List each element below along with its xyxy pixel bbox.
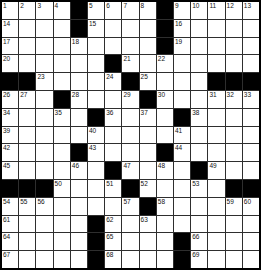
grid-cell-r14c8[interactable] xyxy=(122,233,138,250)
grid-cell-r5c12[interactable] xyxy=(191,73,207,90)
grid-cell-r4c6[interactable] xyxy=(88,55,104,72)
grid-cell-r12c11[interactable] xyxy=(174,198,190,215)
clue-number-24: 24 xyxy=(106,73,113,80)
grid-cell-r8c13[interactable] xyxy=(208,127,224,144)
grid-cell-r13c12[interactable] xyxy=(191,216,207,233)
grid-cell-r15c4[interactable] xyxy=(54,251,70,268)
clue-number-43: 43 xyxy=(89,144,96,151)
grid-cell-r3c9[interactable] xyxy=(140,38,156,55)
black-cell-r7c11 xyxy=(174,109,190,126)
grid-cell-r7c12[interactable]: 38 xyxy=(191,109,207,126)
grid-cell-r11c11[interactable] xyxy=(174,180,190,197)
grid-cell-r14c14[interactable] xyxy=(226,233,242,250)
grid-cell-r8c15[interactable] xyxy=(243,127,259,144)
grid-cell-r1c8[interactable]: 7 xyxy=(122,2,138,19)
grid-cell-r3c1[interactable]: 17 xyxy=(2,38,18,55)
grid-cell-r4c15[interactable] xyxy=(243,55,259,72)
clue-number-48: 48 xyxy=(158,162,165,169)
grid-cell-r8c5[interactable] xyxy=(71,127,87,144)
clue-number-52: 52 xyxy=(141,180,148,187)
grid-cell-r10c13[interactable]: 49 xyxy=(208,162,224,179)
black-cell-r10c12 xyxy=(191,162,207,179)
black-cell-r2c5 xyxy=(71,20,87,37)
black-cell-r15c11 xyxy=(174,251,190,268)
grid-cell-r8c4[interactable] xyxy=(54,127,70,144)
clue-number-39: 39 xyxy=(3,127,10,134)
grid-cell-r14c13[interactable] xyxy=(208,233,224,250)
clue-number-38: 38 xyxy=(192,109,199,116)
black-cell-r1c10 xyxy=(157,2,173,19)
clue-number-50: 50 xyxy=(55,180,62,187)
clue-number-1: 1 xyxy=(3,2,7,9)
grid-cell-r12c8[interactable]: 57 xyxy=(122,198,138,215)
grid-cell-r1c15[interactable]: 13 xyxy=(243,2,259,19)
grid-cell-r1c1[interactable]: 1 xyxy=(2,2,18,19)
grid-cell-r4c14[interactable] xyxy=(226,55,242,72)
black-cell-r5c15 xyxy=(243,73,259,90)
grid-cell-r2c2[interactable] xyxy=(19,20,35,37)
grid-cell-r13c14[interactable] xyxy=(226,216,242,233)
grid-cell-r12c1[interactable]: 54 xyxy=(2,198,18,215)
grid-cell-r11c13[interactable] xyxy=(208,180,224,197)
clue-number-21: 21 xyxy=(123,55,130,62)
clue-number-22: 22 xyxy=(158,55,165,62)
grid-cell-r1c7[interactable]: 6 xyxy=(105,2,121,19)
grid-cell-r9c4[interactable] xyxy=(54,144,70,161)
black-cell-r9c5 xyxy=(71,144,87,161)
black-cell-r12c9 xyxy=(140,198,156,215)
grid-cell-r10c9[interactable] xyxy=(140,162,156,179)
grid-cell-r9c6[interactable]: 43 xyxy=(88,144,104,161)
grid-cell-r8c10[interactable] xyxy=(157,127,173,144)
grid-cell-r9c15[interactable] xyxy=(243,144,259,161)
grid-cell-r13c10[interactable] xyxy=(157,216,173,233)
clue-number-33: 33 xyxy=(244,91,251,98)
clue-number-47: 47 xyxy=(123,162,130,169)
grid-cell-r15c15[interactable] xyxy=(243,251,259,268)
grid-cell-r12c2[interactable]: 55 xyxy=(19,198,35,215)
grid-cell-r4c12[interactable] xyxy=(191,55,207,72)
clue-number-31: 31 xyxy=(209,91,216,98)
grid-cell-r13c4[interactable] xyxy=(54,216,70,233)
grid-cell-r11c5[interactable] xyxy=(71,180,87,197)
grid-cell-r12c4[interactable] xyxy=(54,198,70,215)
grid-cell-r8c9[interactable] xyxy=(140,127,156,144)
grid-cell-r3c15[interactable] xyxy=(243,38,259,55)
grid-cell-r10c14[interactable] xyxy=(226,162,242,179)
grid-cell-r3c3[interactable] xyxy=(36,38,52,55)
grid-cell-r14c7[interactable]: 65 xyxy=(105,233,121,250)
grid-cell-r1c6[interactable]: 5 xyxy=(88,2,104,19)
grid-cell-r12c15[interactable]: 60 xyxy=(243,198,259,215)
crossword-board: 1234567891011121314151617181920212223242… xyxy=(0,0,261,270)
grid-cell-r11c4[interactable]: 50 xyxy=(54,180,70,197)
grid-cell-r14c12[interactable]: 66 xyxy=(191,233,207,250)
clue-number-13: 13 xyxy=(244,2,251,9)
clue-number-66: 66 xyxy=(192,233,199,240)
grid-cell-r14c4[interactable] xyxy=(54,233,70,250)
grid-cell-r6c1[interactable]: 26 xyxy=(2,91,18,108)
grid-cell-r1c4[interactable]: 4 xyxy=(54,2,70,19)
grid-cell-r7c8[interactable] xyxy=(122,109,138,126)
clue-number-26: 26 xyxy=(3,91,10,98)
black-cell-r5c1 xyxy=(2,73,18,90)
clue-number-61: 61 xyxy=(3,216,10,223)
clue-number-12: 12 xyxy=(227,2,234,9)
grid-cell-r15c8[interactable] xyxy=(122,251,138,268)
grid-cell-r14c5[interactable] xyxy=(71,233,87,250)
grid-cell-r9c7[interactable] xyxy=(105,144,121,161)
grid-cell-r13c7[interactable]: 62 xyxy=(105,216,121,233)
grid-cell-r10c2[interactable] xyxy=(19,162,35,179)
clue-number-17: 17 xyxy=(3,38,10,45)
grid-cell-r5c6[interactable] xyxy=(88,73,104,90)
grid-cell-r9c14[interactable] xyxy=(226,144,242,161)
grid-cell-r12c3[interactable]: 56 xyxy=(36,198,52,215)
clue-number-20: 20 xyxy=(3,55,10,62)
clue-number-49: 49 xyxy=(209,162,216,169)
grid-cell-r10c15[interactable] xyxy=(243,162,259,179)
black-cell-r14c6 xyxy=(88,233,104,250)
clue-number-44: 44 xyxy=(175,144,182,151)
grid-cell-r7c5[interactable] xyxy=(71,109,87,126)
grid-cell-r12c14[interactable]: 59 xyxy=(226,198,242,215)
grid-cell-r6c10[interactable]: 30 xyxy=(157,91,173,108)
grid-cell-r6c8[interactable]: 29 xyxy=(122,91,138,108)
grid-cell-r15c5[interactable] xyxy=(71,251,87,268)
grid-cell-r10c8[interactable]: 47 xyxy=(122,162,138,179)
grid-cell-r8c3[interactable] xyxy=(36,127,52,144)
grid-cell-r9c12[interactable] xyxy=(191,144,207,161)
grid-cell-r1c11[interactable]: 9 xyxy=(174,2,190,19)
grid-cell-r6c6[interactable] xyxy=(88,91,104,108)
grid-cell-r7c10[interactable] xyxy=(157,109,173,126)
grid-cell-r6c13[interactable]: 31 xyxy=(208,91,224,108)
grid-cell-r4c4[interactable] xyxy=(54,55,70,72)
grid-cell-r14c10[interactable] xyxy=(157,233,173,250)
clue-number-25: 25 xyxy=(141,73,148,80)
grid-cell-r8c1[interactable]: 39 xyxy=(2,127,18,144)
clue-number-7: 7 xyxy=(123,2,127,9)
clue-number-28: 28 xyxy=(72,91,79,98)
black-cell-r3c10 xyxy=(157,38,173,55)
grid-cell-r15c7[interactable]: 68 xyxy=(105,251,121,268)
black-cell-r2c10 xyxy=(157,20,173,37)
grid-cell-r6c15[interactable]: 33 xyxy=(243,91,259,108)
grid-cell-r6c3[interactable] xyxy=(36,91,52,108)
grid-cell-r4c3[interactable] xyxy=(36,55,52,72)
grid-cell-r2c1[interactable]: 14 xyxy=(2,20,18,37)
grid-cell-r15c10[interactable] xyxy=(157,251,173,268)
grid-cell-r9c3[interactable] xyxy=(36,144,52,161)
grid-cell-r15c3[interactable] xyxy=(36,251,52,268)
grid-cell-r7c14[interactable] xyxy=(226,109,242,126)
grid-cell-r4c10[interactable]: 22 xyxy=(157,55,173,72)
grid-cell-r2c11[interactable]: 16 xyxy=(174,20,190,37)
grid-cell-r9c11[interactable]: 44 xyxy=(174,144,190,161)
grid-cell-r11c6[interactable] xyxy=(88,180,104,197)
clue-number-54: 54 xyxy=(3,198,10,205)
grid-cell-r2c8[interactable] xyxy=(122,20,138,37)
grid-cell-r3c14[interactable] xyxy=(226,38,242,55)
grid-cell-r3c12[interactable] xyxy=(191,38,207,55)
clue-number-56: 56 xyxy=(37,198,44,205)
grid-cell-r7c9[interactable]: 37 xyxy=(140,109,156,126)
clue-number-23: 23 xyxy=(37,73,44,80)
clue-number-41: 41 xyxy=(175,127,182,134)
grid-cell-r9c13[interactable] xyxy=(208,144,224,161)
clue-number-32: 32 xyxy=(227,91,234,98)
clue-number-19: 19 xyxy=(175,38,182,45)
clue-number-15: 15 xyxy=(89,20,96,27)
clue-number-37: 37 xyxy=(141,109,148,116)
grid-cell-r13c13[interactable] xyxy=(208,216,224,233)
grid-cell-r15c1[interactable]: 67 xyxy=(2,251,18,268)
grid-cell-r7c7[interactable]: 36 xyxy=(105,109,121,126)
grid-cell-r9c8[interactable] xyxy=(122,144,138,161)
clue-number-10: 10 xyxy=(192,2,199,9)
clue-number-68: 68 xyxy=(106,251,113,258)
black-cell-r14c11 xyxy=(174,233,190,250)
clue-number-62: 62 xyxy=(106,216,113,223)
grid-cell-r2c7[interactable] xyxy=(105,20,121,37)
grid-cell-r8c2[interactable] xyxy=(19,127,35,144)
grid-cell-r10c4[interactable] xyxy=(54,162,70,179)
grid-cell-r12c10[interactable]: 58 xyxy=(157,198,173,215)
grid-cell-r7c15[interactable] xyxy=(243,109,259,126)
black-cell-r10c7 xyxy=(105,162,121,179)
grid-cell-r14c1[interactable]: 64 xyxy=(2,233,18,250)
black-cell-r6c9 xyxy=(140,91,156,108)
grid-cell-r11c7[interactable]: 51 xyxy=(105,180,121,197)
grid-cell-r4c11[interactable] xyxy=(174,55,190,72)
grid-cell-r10c10[interactable]: 48 xyxy=(157,162,173,179)
clue-number-18: 18 xyxy=(72,38,79,45)
grid-cell-r13c11[interactable] xyxy=(174,216,190,233)
grid-cell-r3c11[interactable]: 19 xyxy=(174,38,190,55)
black-cell-r11c3 xyxy=(36,180,52,197)
black-cell-r6c4 xyxy=(54,91,70,108)
grid-cell-r3c5[interactable]: 18 xyxy=(71,38,87,55)
clue-number-6: 6 xyxy=(106,2,110,9)
black-cell-r5c14 xyxy=(226,73,242,90)
clue-number-34: 34 xyxy=(3,109,10,116)
grid-cell-r8c6[interactable]: 40 xyxy=(88,127,104,144)
grid-cell-r13c3[interactable] xyxy=(36,216,52,233)
grid-cell-r5c10[interactable] xyxy=(157,73,173,90)
grid-cell-r1c9[interactable]: 8 xyxy=(140,2,156,19)
grid-cell-r10c6[interactable] xyxy=(88,162,104,179)
grid-cell-r3c7[interactable] xyxy=(105,38,121,55)
grid-cell-r8c7[interactable] xyxy=(105,127,121,144)
grid-cell-r11c10[interactable] xyxy=(157,180,173,197)
grid-cell-r14c3[interactable] xyxy=(36,233,52,250)
grid-cell-r2c15[interactable] xyxy=(243,20,259,37)
grid-cell-r2c6[interactable]: 15 xyxy=(88,20,104,37)
black-cell-r5c13 xyxy=(208,73,224,90)
clue-number-4: 4 xyxy=(55,2,59,9)
clue-number-65: 65 xyxy=(106,233,113,240)
grid-cell-r13c2[interactable] xyxy=(19,216,35,233)
black-cell-r4c7 xyxy=(105,55,121,72)
clue-number-8: 8 xyxy=(141,2,145,9)
grid-cell-r15c12[interactable]: 69 xyxy=(191,251,207,268)
grid-cell-r5c5[interactable] xyxy=(71,73,87,90)
black-cell-r9c10 xyxy=(157,144,173,161)
black-cell-r15c6 xyxy=(88,251,104,268)
grid-cell-r4c13[interactable] xyxy=(208,55,224,72)
grid-cell-r8c11[interactable]: 41 xyxy=(174,127,190,144)
grid-cell-r9c2[interactable] xyxy=(19,144,35,161)
grid-cell-r6c12[interactable] xyxy=(191,91,207,108)
grid-cell-r3c6[interactable] xyxy=(88,38,104,55)
grid-cell-r9c9[interactable] xyxy=(140,144,156,161)
grid-cell-r5c7[interactable]: 24 xyxy=(105,73,121,90)
grid-cell-r13c5[interactable] xyxy=(71,216,87,233)
grid-cell-r12c7[interactable] xyxy=(105,198,121,215)
grid-cell-r3c13[interactable] xyxy=(208,38,224,55)
clue-number-58: 58 xyxy=(158,198,165,205)
grid-cell-r6c11[interactable] xyxy=(174,91,190,108)
grid-cell-r8c14[interactable] xyxy=(226,127,242,144)
clue-number-5: 5 xyxy=(89,2,93,9)
grid-cell-r12c13[interactable] xyxy=(208,198,224,215)
grid-cell-r5c11[interactable] xyxy=(174,73,190,90)
grid-cell-r15c13[interactable] xyxy=(208,251,224,268)
grid-cell-r3c2[interactable] xyxy=(19,38,35,55)
clue-number-27: 27 xyxy=(20,91,27,98)
grid-cell-r10c5[interactable]: 46 xyxy=(71,162,87,179)
grid-cell-r4c9[interactable] xyxy=(140,55,156,72)
grid-cell-r11c12[interactable]: 53 xyxy=(191,180,207,197)
black-cell-r11c8 xyxy=(122,180,138,197)
clue-number-30: 30 xyxy=(158,91,165,98)
grid-cell-r1c2[interactable]: 2 xyxy=(19,2,35,19)
grid-cell-r1c12[interactable]: 10 xyxy=(191,2,207,19)
grid-cell-r14c2[interactable] xyxy=(19,233,35,250)
black-cell-r5c2 xyxy=(19,73,35,90)
grid-cell-r5c4[interactable] xyxy=(54,73,70,90)
grid-cell-r15c14[interactable] xyxy=(226,251,242,268)
clue-number-46: 46 xyxy=(72,162,79,169)
grid-cell-r9c1[interactable]: 42 xyxy=(2,144,18,161)
clue-number-64: 64 xyxy=(3,233,10,240)
clue-number-14: 14 xyxy=(3,20,10,27)
grid-cell-r4c8[interactable]: 21 xyxy=(122,55,138,72)
clue-number-59: 59 xyxy=(227,198,234,205)
grid-cell-r11c9[interactable]: 52 xyxy=(140,180,156,197)
black-cell-r13c6 xyxy=(88,216,104,233)
black-cell-r11c1 xyxy=(2,180,18,197)
grid-cell-r4c5[interactable] xyxy=(71,55,87,72)
grid-cell-r7c2[interactable] xyxy=(19,109,35,126)
clue-number-51: 51 xyxy=(106,180,113,187)
black-cell-r5c8 xyxy=(122,73,138,90)
grid-cell-r2c13[interactable] xyxy=(208,20,224,37)
clue-number-67: 67 xyxy=(3,251,10,258)
grid-cell-r13c8[interactable] xyxy=(122,216,138,233)
grid-cell-r10c11[interactable] xyxy=(174,162,190,179)
grid-cell-r10c3[interactable] xyxy=(36,162,52,179)
clue-number-42: 42 xyxy=(3,144,10,151)
grid-cell-r1c14[interactable]: 12 xyxy=(226,2,242,19)
clue-number-55: 55 xyxy=(20,198,27,205)
black-cell-r11c2 xyxy=(19,180,35,197)
black-cell-r11c14 xyxy=(226,180,242,197)
clue-number-9: 9 xyxy=(175,2,179,9)
grid-cell-r2c12[interactable] xyxy=(191,20,207,37)
grid-cell-r4c2[interactable] xyxy=(19,55,35,72)
grid-cell-r2c9[interactable] xyxy=(140,20,156,37)
grid-cell-r2c14[interactable] xyxy=(226,20,242,37)
clue-number-36: 36 xyxy=(106,109,113,116)
grid-cell-r13c9[interactable]: 63 xyxy=(140,216,156,233)
clue-number-35: 35 xyxy=(55,109,62,116)
grid-cell-r6c14[interactable]: 32 xyxy=(226,91,242,108)
grid-cell-r8c12[interactable] xyxy=(191,127,207,144)
clue-number-11: 11 xyxy=(209,2,216,9)
clue-number-57: 57 xyxy=(123,198,130,205)
grid-cell-r7c4[interactable]: 35 xyxy=(54,109,70,126)
grid-cell-r2c3[interactable] xyxy=(36,20,52,37)
grid-cell-r13c1[interactable]: 61 xyxy=(2,216,18,233)
black-cell-r7c6 xyxy=(88,109,104,126)
grid-cell-r12c5[interactable] xyxy=(71,198,87,215)
grid-cell-r7c3[interactable] xyxy=(36,109,52,126)
grid-cell-r14c9[interactable] xyxy=(140,233,156,250)
clue-number-63: 63 xyxy=(141,216,148,223)
grid-cell-r12c12[interactable] xyxy=(191,198,207,215)
grid-cell-r13c15[interactable] xyxy=(243,216,259,233)
grid-cell-r15c2[interactable] xyxy=(19,251,35,268)
clue-number-45: 45 xyxy=(3,162,10,169)
grid-cell-r12c6[interactable] xyxy=(88,198,104,215)
grid-cell-r2c4[interactable] xyxy=(54,20,70,37)
grid-cell-r14c15[interactable] xyxy=(243,233,259,250)
clue-number-40: 40 xyxy=(89,127,96,134)
clue-number-60: 60 xyxy=(244,198,251,205)
grid-cell-r7c1[interactable]: 34 xyxy=(2,109,18,126)
clue-number-69: 69 xyxy=(192,251,199,258)
black-cell-r11c15 xyxy=(243,180,259,197)
clue-number-3: 3 xyxy=(37,2,41,9)
clue-number-16: 16 xyxy=(175,20,182,27)
grid-cell-r1c3[interactable]: 3 xyxy=(36,2,52,19)
grid-cell-r4c1[interactable]: 20 xyxy=(2,55,18,72)
clue-number-53: 53 xyxy=(192,180,199,187)
grid-cell-r6c7[interactable] xyxy=(105,91,121,108)
grid-cell-r1c13[interactable]: 11 xyxy=(208,2,224,19)
grid-cell-r3c4[interactable] xyxy=(54,38,70,55)
clue-number-2: 2 xyxy=(20,2,24,9)
grid-cell-r10c1[interactable]: 45 xyxy=(2,162,18,179)
grid-cell-r7c13[interactable] xyxy=(208,109,224,126)
grid-cell-r8c8[interactable] xyxy=(122,127,138,144)
grid-cell-r5c9[interactable]: 25 xyxy=(140,73,156,90)
black-cell-r1c5 xyxy=(71,2,87,19)
grid-cell-r3c8[interactable] xyxy=(122,38,138,55)
clue-number-29: 29 xyxy=(123,91,130,98)
grid-cell-r5c3[interactable]: 23 xyxy=(36,73,52,90)
grid-cell-r6c2[interactable]: 27 xyxy=(19,91,35,108)
grid-cell-r15c9[interactable] xyxy=(140,251,156,268)
grid-cell-r6c5[interactable]: 28 xyxy=(71,91,87,108)
